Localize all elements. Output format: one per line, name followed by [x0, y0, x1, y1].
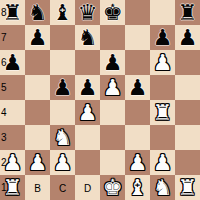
square-h7[interactable]: ♟ [175, 25, 200, 50]
piece-white-knight[interactable]: ♞ [150, 175, 175, 200]
piece-white-pawn[interactable]: ♟ [150, 150, 175, 175]
rank-label-5: 5 [1, 83, 7, 93]
piece-black-knight[interactable]: ♞ [25, 0, 50, 25]
square-h1[interactable]: ♜ [175, 175, 200, 200]
square-c6[interactable] [50, 50, 75, 75]
piece-black-pawn[interactable]: ♟ [150, 25, 175, 50]
square-h8[interactable]: ♜ [175, 0, 200, 25]
rank-label-7: 7 [1, 33, 7, 43]
square-h5[interactable] [175, 75, 200, 100]
square-e1[interactable]: ♚ [100, 175, 125, 200]
piece-black-knight[interactable]: ♞ [75, 25, 100, 50]
square-a3[interactable]: 3 [0, 125, 25, 150]
piece-white-pawn[interactable]: ♟ [75, 100, 100, 125]
file-label-D: D [84, 183, 91, 193]
square-a6[interactable]: 6♟ [0, 50, 25, 75]
square-e8[interactable]: ♚ [100, 0, 125, 25]
square-e4[interactable] [100, 100, 125, 125]
square-f7[interactable] [125, 25, 150, 50]
piece-black-pawn[interactable]: ♟ [75, 75, 100, 100]
square-f4[interactable] [125, 100, 150, 125]
square-e2[interactable] [100, 150, 125, 175]
square-c2[interactable]: ♟ [50, 150, 75, 175]
square-c7[interactable] [50, 25, 75, 50]
piece-black-pawn[interactable]: ♟ [125, 75, 150, 100]
square-d6[interactable] [75, 50, 100, 75]
square-h2[interactable] [175, 150, 200, 175]
square-e6[interactable]: ♟ [100, 50, 125, 75]
square-d1[interactable]: D [75, 175, 100, 200]
piece-black-pawn[interactable]: ♟ [0, 50, 25, 75]
square-d2[interactable] [75, 150, 100, 175]
piece-white-knight[interactable]: ♞ [50, 125, 75, 150]
square-a5[interactable]: 5 [0, 75, 25, 100]
square-a8[interactable]: 8♜ [0, 0, 25, 25]
square-f2[interactable]: ♟ [125, 150, 150, 175]
piece-white-rook[interactable]: ♜ [0, 175, 25, 200]
square-h4[interactable] [175, 100, 200, 125]
piece-white-rook[interactable]: ♜ [150, 100, 175, 125]
square-b6[interactable] [25, 50, 50, 75]
square-c5[interactable]: ♟ [50, 75, 75, 100]
rank-label-3: 3 [1, 133, 7, 143]
square-d3[interactable] [75, 125, 100, 150]
square-f6[interactable] [125, 50, 150, 75]
square-b5[interactable] [25, 75, 50, 100]
piece-black-king[interactable]: ♚ [100, 0, 125, 25]
square-g3[interactable] [150, 125, 175, 150]
piece-white-bishop[interactable]: ♝ [125, 175, 150, 200]
square-f5[interactable]: ♟ [125, 75, 150, 100]
piece-black-pawn[interactable]: ♟ [50, 75, 75, 100]
square-f8[interactable] [125, 0, 150, 25]
piece-black-queen[interactable]: ♛ [75, 0, 100, 25]
piece-black-rook[interactable]: ♜ [0, 0, 25, 25]
square-d8[interactable]: ♛ [75, 0, 100, 25]
piece-white-pawn[interactable]: ♟ [0, 150, 25, 175]
square-d5[interactable]: ♟ [75, 75, 100, 100]
square-c3[interactable]: ♞ [50, 125, 75, 150]
square-a4[interactable]: 4 [0, 100, 25, 125]
square-a7[interactable]: 7 [0, 25, 25, 50]
square-b3[interactable] [25, 125, 50, 150]
square-g4[interactable]: ♜ [150, 100, 175, 125]
square-g2[interactable]: ♟ [150, 150, 175, 175]
square-b7[interactable]: ♟ [25, 25, 50, 50]
piece-black-rook[interactable]: ♜ [175, 0, 200, 25]
square-e3[interactable] [100, 125, 125, 150]
square-e5[interactable]: ♟ [100, 75, 125, 100]
square-b8[interactable]: ♞ [25, 0, 50, 25]
square-e7[interactable] [100, 25, 125, 50]
chess-board: 8♜♞♝♛♚♜7♟♞♟♟6♟♟♟5♟♟♟♟4♟♜3♞2♟♟♟♟♟1♜BCD♚♝♞… [0, 0, 200, 200]
square-h6[interactable] [175, 50, 200, 75]
file-label-B: B [34, 183, 41, 193]
square-g6[interactable]: ♟ [150, 50, 175, 75]
piece-black-bishop[interactable]: ♝ [50, 0, 75, 25]
square-a1[interactable]: 1♜ [0, 175, 25, 200]
square-f1[interactable]: ♝ [125, 175, 150, 200]
square-c1[interactable]: C [50, 175, 75, 200]
rank-label-4: 4 [1, 108, 7, 118]
piece-white-pawn[interactable]: ♟ [50, 150, 75, 175]
square-g5[interactable] [150, 75, 175, 100]
square-b4[interactable] [25, 100, 50, 125]
square-c8[interactable]: ♝ [50, 0, 75, 25]
piece-white-pawn[interactable]: ♟ [150, 50, 175, 75]
piece-black-pawn[interactable]: ♟ [25, 25, 50, 50]
square-h3[interactable] [175, 125, 200, 150]
piece-white-king[interactable]: ♚ [100, 175, 125, 200]
square-d4[interactable]: ♟ [75, 100, 100, 125]
square-b2[interactable]: ♟ [25, 150, 50, 175]
square-c4[interactable] [50, 100, 75, 125]
file-label-C: C [59, 183, 66, 193]
square-g7[interactable]: ♟ [150, 25, 175, 50]
piece-black-pawn[interactable]: ♟ [100, 50, 125, 75]
piece-white-pawn[interactable]: ♟ [125, 150, 150, 175]
piece-white-pawn[interactable]: ♟ [100, 75, 125, 100]
square-d7[interactable]: ♞ [75, 25, 100, 50]
square-g8[interactable] [150, 0, 175, 25]
square-b1[interactable]: B [25, 175, 50, 200]
piece-black-pawn[interactable]: ♟ [175, 25, 200, 50]
square-a2[interactable]: 2♟ [0, 150, 25, 175]
square-f3[interactable] [125, 125, 150, 150]
piece-white-pawn[interactable]: ♟ [25, 150, 50, 175]
square-g1[interactable]: ♞ [150, 175, 175, 200]
piece-white-rook[interactable]: ♜ [175, 175, 200, 200]
